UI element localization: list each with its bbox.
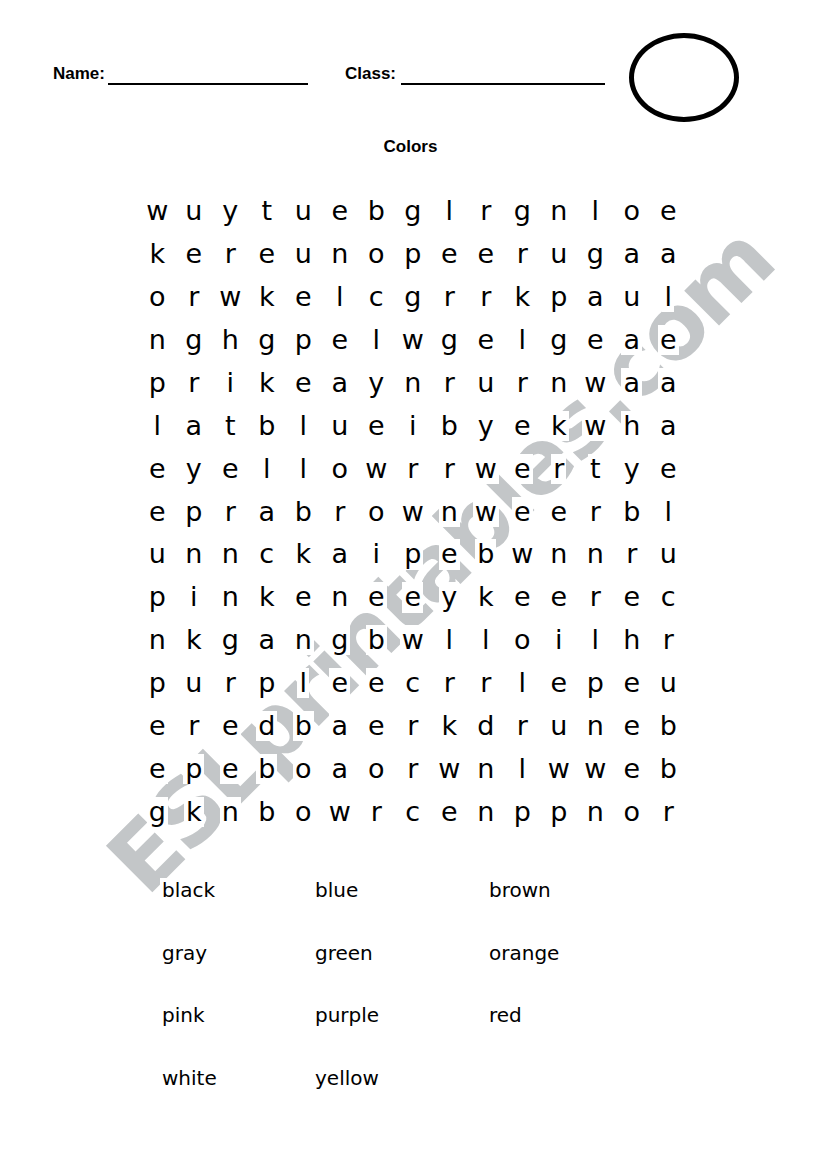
- worksheet-page: ESLprintables.com Name: Class: Colors wu…: [0, 0, 821, 1169]
- grid-cell: a: [322, 362, 359, 405]
- name-label: Name:: [53, 64, 105, 84]
- grid-cell: p: [285, 319, 322, 362]
- word-bank-item: gray: [160, 941, 209, 965]
- grid-cell: e: [541, 576, 578, 619]
- grid-cell: e: [395, 576, 432, 619]
- grid-cell: w: [577, 362, 614, 405]
- grid-cell: c: [395, 790, 432, 833]
- grid-cell: u: [139, 533, 176, 576]
- grid-cell: r: [212, 490, 249, 533]
- grid-cell: r: [431, 447, 468, 490]
- class-label: Class:: [345, 64, 396, 84]
- grid-cell: g: [249, 319, 286, 362]
- grid-cell: g: [395, 190, 432, 233]
- grid-cell: w: [541, 748, 578, 791]
- grid-cell: n: [139, 619, 176, 662]
- grid-cell: p: [176, 490, 213, 533]
- grid-cell: r: [577, 576, 614, 619]
- grid-cell: r: [431, 362, 468, 405]
- grid-cell: e: [468, 319, 505, 362]
- grid-cell: a: [614, 319, 651, 362]
- score-circle: [629, 33, 739, 122]
- grid-cell: n: [395, 362, 432, 405]
- word-bank-item: brown: [487, 878, 553, 902]
- grid-cell: r: [176, 276, 213, 319]
- grid-cell: b: [285, 490, 322, 533]
- grid-cell: y: [468, 404, 505, 447]
- grid-cell: l: [431, 190, 468, 233]
- grid-cell: w: [395, 619, 432, 662]
- grid-cell: a: [577, 276, 614, 319]
- grid-cell: e: [322, 662, 359, 705]
- grid-cell: r: [395, 447, 432, 490]
- word-search-grid: wuytuebglrgnloekereunopeerugaaorwkelcgrr…: [139, 190, 687, 833]
- grid-cell: n: [577, 705, 614, 748]
- grid-cell: p: [541, 790, 578, 833]
- grid-cell: o: [358, 490, 395, 533]
- grid-cell: b: [650, 705, 687, 748]
- word-bank-item: green: [313, 941, 375, 965]
- grid-cell: n: [322, 233, 359, 276]
- grid-cell: n: [431, 490, 468, 533]
- grid-cell: t: [249, 190, 286, 233]
- grid-cell: k: [176, 790, 213, 833]
- grid-cell: e: [468, 233, 505, 276]
- grid-cell: e: [358, 662, 395, 705]
- grid-cell: n: [212, 576, 249, 619]
- grid-cell: w: [577, 748, 614, 791]
- grid-cell: n: [468, 748, 505, 791]
- word-bank-item: black: [160, 878, 217, 902]
- grid-cell: w: [468, 490, 505, 533]
- grid-cell: o: [358, 233, 395, 276]
- grid-cell: d: [249, 705, 286, 748]
- grid-cell: o: [614, 790, 651, 833]
- grid-cell: l: [249, 447, 286, 490]
- grid-cell: l: [577, 190, 614, 233]
- grid-cell: a: [650, 404, 687, 447]
- grid-cell: a: [322, 533, 359, 576]
- grid-cell: g: [139, 790, 176, 833]
- grid-cell: i: [176, 576, 213, 619]
- grid-cell: h: [614, 619, 651, 662]
- grid-cell: k: [431, 705, 468, 748]
- grid-cell: e: [614, 748, 651, 791]
- grid-cell: w: [468, 447, 505, 490]
- grid-cell: p: [395, 533, 432, 576]
- grid-cell: e: [504, 447, 541, 490]
- grid-cell: e: [285, 362, 322, 405]
- grid-cell: e: [504, 576, 541, 619]
- grid-cell: u: [541, 233, 578, 276]
- grid-cell: h: [614, 404, 651, 447]
- word-bank-item: purple: [313, 1003, 381, 1027]
- grid-cell: p: [504, 790, 541, 833]
- grid-cell: n: [541, 362, 578, 405]
- grid-cell: e: [139, 748, 176, 791]
- grid-cell: b: [468, 533, 505, 576]
- grid-cell: o: [285, 748, 322, 791]
- page-title: Colors: [0, 137, 821, 157]
- grid-cell: u: [285, 233, 322, 276]
- grid-cell: n: [541, 190, 578, 233]
- grid-cell: n: [322, 576, 359, 619]
- grid-cell: g: [541, 319, 578, 362]
- grid-cell: w: [322, 790, 359, 833]
- grid-cell: g: [322, 619, 359, 662]
- grid-cell: e: [650, 190, 687, 233]
- grid-cell: e: [541, 490, 578, 533]
- grid-cell: r: [176, 705, 213, 748]
- grid-cell: a: [650, 362, 687, 405]
- grid-cell: w: [431, 748, 468, 791]
- word-bank-item: blue: [313, 878, 360, 902]
- grid-cell: r: [395, 748, 432, 791]
- grid-cell: a: [249, 490, 286, 533]
- grid-cell: k: [249, 362, 286, 405]
- grid-cell: a: [614, 233, 651, 276]
- grid-cell: y: [431, 576, 468, 619]
- word-bank-item: yellow: [313, 1066, 381, 1090]
- grid-cell: g: [431, 319, 468, 362]
- grid-cell: b: [431, 404, 468, 447]
- grid-cell: h: [212, 319, 249, 362]
- grid-cell: e: [504, 490, 541, 533]
- grid-cell: y: [358, 362, 395, 405]
- grid-cell: r: [650, 790, 687, 833]
- grid-cell: e: [285, 276, 322, 319]
- grid-cell: l: [358, 319, 395, 362]
- grid-cell: u: [541, 705, 578, 748]
- grid-cell: t: [212, 404, 249, 447]
- grid-cell: b: [358, 619, 395, 662]
- grid-cell: r: [504, 233, 541, 276]
- grid-cell: e: [577, 319, 614, 362]
- grid-cell: e: [431, 533, 468, 576]
- grid-cell: l: [139, 404, 176, 447]
- grid-cell: e: [650, 319, 687, 362]
- grid-cell: p: [139, 362, 176, 405]
- grid-cell: k: [285, 533, 322, 576]
- grid-cell: r: [541, 447, 578, 490]
- grid-cell: a: [322, 748, 359, 791]
- grid-cell: e: [139, 447, 176, 490]
- grid-cell: k: [468, 576, 505, 619]
- grid-cell: l: [322, 276, 359, 319]
- grid-cell: e: [322, 319, 359, 362]
- grid-cell: u: [650, 662, 687, 705]
- grid-cell: r: [468, 662, 505, 705]
- grid-cell: i: [541, 619, 578, 662]
- grid-cell: w: [139, 190, 176, 233]
- grid-cell: l: [431, 619, 468, 662]
- grid-cell: i: [212, 362, 249, 405]
- grid-cell: u: [322, 404, 359, 447]
- grid-cell: e: [249, 233, 286, 276]
- grid-cell: l: [504, 748, 541, 791]
- grid-cell: o: [322, 447, 359, 490]
- grid-cell: e: [176, 233, 213, 276]
- word-bank-item: red: [487, 1003, 524, 1027]
- grid-cell: n: [176, 533, 213, 576]
- grid-cell: l: [285, 662, 322, 705]
- grid-cell: p: [139, 576, 176, 619]
- grid-cell: e: [358, 705, 395, 748]
- grid-cell: o: [285, 790, 322, 833]
- grid-cell: b: [650, 748, 687, 791]
- grid-cell: y: [176, 447, 213, 490]
- grid-cell: p: [139, 662, 176, 705]
- grid-cell: g: [176, 319, 213, 362]
- word-list: blackbluebrowngraygreenorangepinkpurpler…: [160, 878, 707, 1128]
- grid-cell: r: [431, 276, 468, 319]
- grid-cell: k: [249, 276, 286, 319]
- grid-cell: e: [541, 662, 578, 705]
- grid-cell: e: [139, 705, 176, 748]
- grid-cell: a: [614, 362, 651, 405]
- grid-cell: n: [577, 533, 614, 576]
- grid-cell: e: [358, 576, 395, 619]
- grid-cell: c: [650, 576, 687, 619]
- grid-cell: e: [322, 190, 359, 233]
- grid-cell: e: [650, 447, 687, 490]
- grid-cell: e: [212, 447, 249, 490]
- grid-cell: w: [577, 404, 614, 447]
- grid-cell: r: [650, 619, 687, 662]
- grid-cell: w: [395, 319, 432, 362]
- grid-cell: r: [468, 190, 505, 233]
- grid-cell: l: [577, 619, 614, 662]
- grid-cell: u: [614, 276, 651, 319]
- grid-cell: u: [650, 533, 687, 576]
- grid-cell: g: [504, 190, 541, 233]
- grid-cell: n: [541, 533, 578, 576]
- grid-cell: i: [358, 533, 395, 576]
- grid-cell: r: [212, 233, 249, 276]
- word-bank-item: pink: [160, 1003, 207, 1027]
- grid-cell: r: [504, 705, 541, 748]
- word-bank-item: orange: [487, 941, 561, 965]
- grid-cell: p: [395, 233, 432, 276]
- word-bank-item: white: [160, 1066, 219, 1090]
- grid-cell: u: [176, 190, 213, 233]
- grid-cell: u: [468, 362, 505, 405]
- grid-cell: e: [431, 790, 468, 833]
- grid-cell: g: [577, 233, 614, 276]
- grid-cell: a: [176, 404, 213, 447]
- grid-cell: e: [504, 404, 541, 447]
- grid-cell: n: [139, 319, 176, 362]
- grid-cell: l: [504, 319, 541, 362]
- grid-cell: p: [577, 662, 614, 705]
- grid-cell: c: [395, 662, 432, 705]
- grid-cell: a: [650, 233, 687, 276]
- grid-cell: o: [358, 748, 395, 791]
- name-blank-line: [108, 83, 308, 85]
- grid-cell: c: [358, 276, 395, 319]
- grid-cell: n: [212, 790, 249, 833]
- grid-cell: n: [468, 790, 505, 833]
- grid-cell: r: [322, 490, 359, 533]
- grid-cell: u: [285, 190, 322, 233]
- grid-cell: b: [358, 190, 395, 233]
- grid-cell: r: [395, 705, 432, 748]
- grid-cell: o: [139, 276, 176, 319]
- grid-cell: l: [504, 662, 541, 705]
- grid-cell: k: [541, 404, 578, 447]
- grid-cell: p: [249, 662, 286, 705]
- class-blank-line: [401, 83, 605, 85]
- grid-cell: r: [614, 533, 651, 576]
- grid-cell: k: [139, 233, 176, 276]
- grid-cell: k: [176, 619, 213, 662]
- grid-cell: l: [650, 490, 687, 533]
- grid-cell: a: [322, 705, 359, 748]
- grid-cell: l: [468, 619, 505, 662]
- grid-cell: n: [577, 790, 614, 833]
- grid-cell: w: [395, 490, 432, 533]
- grid-cell: w: [212, 276, 249, 319]
- grid-cell: w: [504, 533, 541, 576]
- grid-cell: b: [249, 790, 286, 833]
- grid-cell: b: [249, 748, 286, 791]
- grid-cell: r: [212, 662, 249, 705]
- grid-cell: c: [249, 533, 286, 576]
- grid-cell: l: [285, 447, 322, 490]
- grid-cell: t: [577, 447, 614, 490]
- grid-cell: i: [395, 404, 432, 447]
- grid-cell: e: [431, 233, 468, 276]
- grid-cell: u: [176, 662, 213, 705]
- grid-cell: n: [285, 619, 322, 662]
- grid-cell: r: [176, 362, 213, 405]
- grid-cell: b: [249, 404, 286, 447]
- grid-cell: p: [541, 276, 578, 319]
- grid-cell: o: [614, 190, 651, 233]
- grid-cell: o: [504, 619, 541, 662]
- grid-cell: b: [285, 705, 322, 748]
- grid-cell: r: [468, 276, 505, 319]
- grid-cell: e: [285, 576, 322, 619]
- grid-cell: y: [614, 447, 651, 490]
- grid-cell: e: [358, 404, 395, 447]
- grid-cell: e: [212, 705, 249, 748]
- grid-cell: r: [504, 362, 541, 405]
- grid-cell: g: [395, 276, 432, 319]
- grid-cell: e: [614, 662, 651, 705]
- grid-cell: b: [614, 490, 651, 533]
- grid-cell: d: [468, 705, 505, 748]
- grid-cell: w: [358, 447, 395, 490]
- grid-cell: p: [176, 748, 213, 791]
- grid-cell: g: [212, 619, 249, 662]
- grid-cell: r: [358, 790, 395, 833]
- grid-cell: l: [650, 276, 687, 319]
- grid-cell: n: [212, 533, 249, 576]
- grid-cell: e: [212, 748, 249, 791]
- grid-cell: e: [614, 705, 651, 748]
- grid-cell: e: [614, 576, 651, 619]
- grid-cell: l: [285, 404, 322, 447]
- grid-cell: y: [212, 190, 249, 233]
- grid-cell: e: [139, 490, 176, 533]
- grid-cell: a: [249, 619, 286, 662]
- grid-cell: r: [431, 662, 468, 705]
- grid-cell: k: [504, 276, 541, 319]
- grid-cell: k: [249, 576, 286, 619]
- grid-cell: r: [577, 490, 614, 533]
